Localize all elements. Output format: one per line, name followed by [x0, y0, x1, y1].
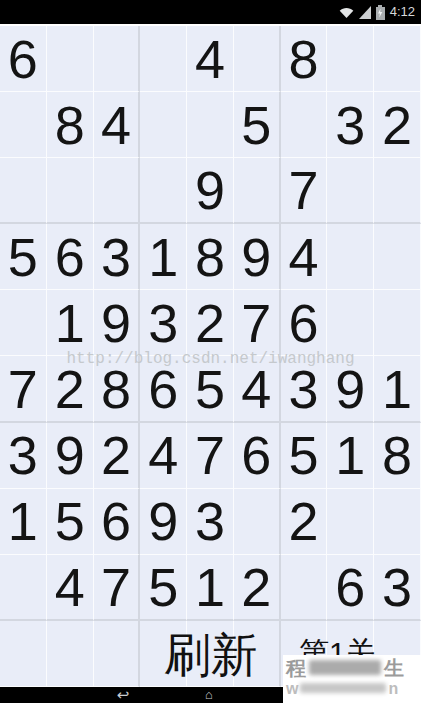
blurred-text-block	[309, 660, 381, 675]
cell-r1c1[interactable]: 6	[0, 26, 47, 92]
cell-r6c1[interactable]: 7	[0, 356, 47, 422]
cell-r2c1[interactable]	[0, 92, 47, 158]
cell-r6c4[interactable]: 6	[140, 356, 187, 422]
cell-r4c5[interactable]: 8	[187, 224, 234, 290]
cell-r9c1[interactable]	[0, 555, 47, 621]
cell-r1c2[interactable]	[47, 26, 94, 92]
cell-r7c9[interactable]: 8	[374, 423, 421, 489]
cell-r6c6[interactable]: 4	[234, 356, 281, 422]
cell-r6c5[interactable]: 5	[187, 356, 234, 422]
cell-r3c2[interactable]	[47, 158, 94, 224]
cell-r1c6[interactable]	[234, 26, 281, 92]
cell-r7c7[interactable]: 5	[281, 423, 328, 489]
cell-r9c5[interactable]: 1	[187, 555, 234, 621]
cell-r7c2[interactable]: 9	[47, 423, 94, 489]
cell-r4c6[interactable]: 9	[234, 224, 281, 290]
cell-r8c8[interactable]	[327, 489, 374, 555]
cell-r9c3[interactable]: 7	[94, 555, 141, 621]
cell-r9c9[interactable]: 3	[374, 555, 421, 621]
cell-r4c4[interactable]: 1	[140, 224, 187, 290]
cell-r5c6[interactable]: 7	[234, 290, 281, 356]
cell-r2c8[interactable]: 3	[327, 92, 374, 158]
cell-r9c4[interactable]: 5	[140, 555, 187, 621]
cell-r9c8[interactable]: 6	[327, 555, 374, 621]
cell-r5c7[interactable]: 6	[281, 290, 328, 356]
cell-r3c6[interactable]	[234, 158, 281, 224]
cell-r2c2[interactable]: 8	[47, 92, 94, 158]
cell-r8c3[interactable]: 6	[94, 489, 141, 555]
cell-r7c3[interactable]: 2	[94, 423, 141, 489]
cell-r7c5[interactable]: 7	[187, 423, 234, 489]
cell-r3c3[interactable]	[94, 158, 141, 224]
corner-watermark-line2: wn	[286, 679, 418, 699]
signal-icon	[359, 6, 371, 19]
cell-r4c8[interactable]	[327, 224, 374, 290]
cell-r7c1[interactable]: 3	[0, 423, 47, 489]
cell-r4c9[interactable]	[374, 224, 421, 290]
refresh-button[interactable]: 刷新	[164, 624, 258, 686]
cell-r2c4[interactable]	[140, 92, 187, 158]
corner-watermark: 程生 wn	[283, 655, 421, 703]
cell-r3c5[interactable]: 9	[187, 158, 234, 224]
cell-r6c7[interactable]: 3	[281, 356, 328, 422]
corner-watermark-line1: 程生	[286, 657, 418, 679]
cell-r1c3[interactable]	[94, 26, 141, 92]
cell-r3c1[interactable]	[0, 158, 47, 224]
cell-r8c4[interactable]: 9	[140, 489, 187, 555]
cell-r9c6[interactable]: 2	[234, 555, 281, 621]
cell-r7c6[interactable]: 6	[234, 423, 281, 489]
status-bar: 4:12	[0, 0, 421, 24]
cell-r5c3[interactable]: 9	[94, 290, 141, 356]
cell-r2c6[interactable]: 5	[234, 92, 281, 158]
home-icon[interactable]: ⌂	[198, 687, 220, 703]
blurred-text-block	[300, 683, 386, 693]
cell-r5c2[interactable]: 1	[47, 290, 94, 356]
cell-r5c1[interactable]	[0, 290, 47, 356]
cell-r5c4[interactable]: 3	[140, 290, 187, 356]
cell-r1c7[interactable]: 8	[281, 26, 328, 92]
cell-r10c1[interactable]	[0, 621, 47, 687]
cell-r8c7[interactable]: 2	[281, 489, 328, 555]
cell-r8c1[interactable]: 1	[0, 489, 47, 555]
cell-r4c1[interactable]: 5	[0, 224, 47, 290]
cell-r6c8[interactable]: 9	[327, 356, 374, 422]
cell-r10c3[interactable]	[94, 621, 141, 687]
cell-r1c9[interactable]	[374, 26, 421, 92]
wifi-icon	[339, 6, 354, 19]
cell-r1c8[interactable]	[327, 26, 374, 92]
cell-r1c4[interactable]	[140, 26, 187, 92]
cell-r6c2[interactable]: 2	[47, 356, 94, 422]
cell-r1c5[interactable]: 4	[187, 26, 234, 92]
cell-r2c5[interactable]	[187, 92, 234, 158]
cell-r6c9[interactable]: 1	[374, 356, 421, 422]
cell-r3c9[interactable]	[374, 158, 421, 224]
cell-r5c5[interactable]: 2	[187, 290, 234, 356]
cell-r9c7[interactable]	[281, 555, 328, 621]
back-icon[interactable]: ↩	[112, 687, 134, 703]
cell-r3c8[interactable]	[327, 158, 374, 224]
cell-r4c7[interactable]: 4	[281, 224, 328, 290]
cell-r2c9[interactable]: 2	[374, 92, 421, 158]
sudoku-board: 6488453297563189419327672865439139247651…	[0, 24, 421, 687]
cell-r8c5[interactable]: 3	[187, 489, 234, 555]
cell-r7c8[interactable]: 1	[327, 423, 374, 489]
cell-r8c2[interactable]: 5	[47, 489, 94, 555]
cell-r5c9[interactable]	[374, 290, 421, 356]
cell-r5c8[interactable]	[327, 290, 374, 356]
cell-r4c2[interactable]: 6	[47, 224, 94, 290]
cell-r2c7[interactable]	[281, 92, 328, 158]
battery-charging-icon	[376, 5, 385, 20]
cell-r6c3[interactable]: 8	[94, 356, 141, 422]
status-time: 4:12	[390, 0, 415, 24]
cell-r4c3[interactable]: 3	[94, 224, 141, 290]
cell-r2c3[interactable]: 4	[94, 92, 141, 158]
cell-r3c7[interactable]: 7	[281, 158, 328, 224]
cell-r9c2[interactable]: 4	[47, 555, 94, 621]
cell-r10c2[interactable]	[47, 621, 94, 687]
cell-r7c4[interactable]: 4	[140, 423, 187, 489]
cell-r3c4[interactable]	[140, 158, 187, 224]
cell-r8c9[interactable]	[374, 489, 421, 555]
cell-r8c6[interactable]	[234, 489, 281, 555]
